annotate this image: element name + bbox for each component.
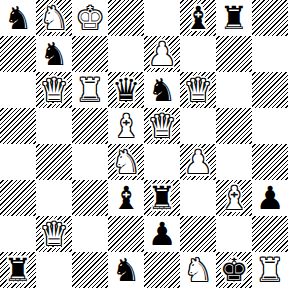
square-a5[interactable] xyxy=(0,108,36,144)
square-e7[interactable]: ♟ xyxy=(144,36,180,72)
square-h4[interactable] xyxy=(252,144,288,180)
square-g3[interactable]: ♝ xyxy=(216,180,252,216)
square-h6[interactable] xyxy=(252,72,288,108)
square-f1[interactable]: ♞ xyxy=(180,252,216,288)
square-f5[interactable] xyxy=(180,108,216,144)
square-b5[interactable] xyxy=(36,108,72,144)
square-b3[interactable] xyxy=(36,180,72,216)
square-c4[interactable] xyxy=(72,144,108,180)
square-b7[interactable]: ♞ xyxy=(36,36,72,72)
square-f6[interactable]: ♛ xyxy=(180,72,216,108)
white-king: ♚ xyxy=(76,0,105,36)
square-g4[interactable] xyxy=(216,144,252,180)
black-knight: ♞ xyxy=(4,0,33,36)
square-c1[interactable] xyxy=(72,252,108,288)
square-c8[interactable]: ♚ xyxy=(72,0,108,36)
white-bishop: ♝ xyxy=(220,180,249,216)
square-a8[interactable]: ♞ xyxy=(0,0,36,36)
black-rook: ♜ xyxy=(4,252,33,288)
square-f8[interactable]: ♝ xyxy=(180,0,216,36)
square-f7[interactable] xyxy=(180,36,216,72)
white-rook: ♜ xyxy=(76,72,105,108)
white-knight: ♞ xyxy=(184,252,213,288)
square-g2[interactable] xyxy=(216,216,252,252)
white-pawn: ♟ xyxy=(184,144,213,180)
square-e2[interactable]: ♟ xyxy=(144,216,180,252)
white-rook: ♜ xyxy=(256,252,285,288)
square-a4[interactable] xyxy=(0,144,36,180)
square-d1[interactable]: ♞ xyxy=(108,252,144,288)
white-bishop: ♝ xyxy=(112,108,141,144)
square-a1[interactable]: ♜ xyxy=(0,252,36,288)
square-a3[interactable] xyxy=(0,180,36,216)
square-a2[interactable] xyxy=(0,216,36,252)
square-d6[interactable]: ♛ xyxy=(108,72,144,108)
square-f4[interactable]: ♟ xyxy=(180,144,216,180)
black-knight: ♞ xyxy=(112,252,141,288)
square-h3[interactable]: ♟ xyxy=(252,180,288,216)
square-a6[interactable] xyxy=(0,72,36,108)
square-h8[interactable] xyxy=(252,0,288,36)
black-rook: ♜ xyxy=(148,180,177,216)
white-queen: ♛ xyxy=(40,72,69,108)
black-knight: ♞ xyxy=(40,36,69,72)
square-g6[interactable] xyxy=(216,72,252,108)
white-knight: ♞ xyxy=(112,144,141,180)
square-e4[interactable] xyxy=(144,144,180,180)
black-bishop: ♝ xyxy=(112,180,141,216)
black-queen: ♛ xyxy=(112,72,141,108)
black-pawn: ♟ xyxy=(148,216,177,252)
black-knight: ♞ xyxy=(148,72,177,108)
black-king: ♚ xyxy=(220,252,249,288)
square-g5[interactable] xyxy=(216,108,252,144)
square-b6[interactable]: ♛ xyxy=(36,72,72,108)
square-e5[interactable]: ♛ xyxy=(144,108,180,144)
black-rook: ♜ xyxy=(220,0,249,36)
square-e8[interactable] xyxy=(144,0,180,36)
square-g8[interactable]: ♜ xyxy=(216,0,252,36)
square-b8[interactable]: ♞ xyxy=(36,0,72,36)
square-h7[interactable] xyxy=(252,36,288,72)
square-b1[interactable] xyxy=(36,252,72,288)
square-a7[interactable] xyxy=(0,36,36,72)
square-d5[interactable]: ♝ xyxy=(108,108,144,144)
square-h2[interactable] xyxy=(252,216,288,252)
square-f3[interactable] xyxy=(180,180,216,216)
black-bishop: ♝ xyxy=(184,0,213,36)
square-f2[interactable] xyxy=(180,216,216,252)
square-c5[interactable] xyxy=(72,108,108,144)
square-d4[interactable]: ♞ xyxy=(108,144,144,180)
white-queen: ♛ xyxy=(40,216,69,252)
square-h5[interactable] xyxy=(252,108,288,144)
chess-board: ♞♞♚♝♜♞♟♛♜♛♞♛♝♛♞♟♝♜♝♟♛♟♜♞♞♚♜ xyxy=(0,0,288,288)
square-c7[interactable] xyxy=(72,36,108,72)
square-d3[interactable]: ♝ xyxy=(108,180,144,216)
white-queen: ♛ xyxy=(184,72,213,108)
white-knight: ♞ xyxy=(40,0,69,36)
square-c2[interactable] xyxy=(72,216,108,252)
square-c6[interactable]: ♜ xyxy=(72,72,108,108)
square-d7[interactable] xyxy=(108,36,144,72)
white-pawn: ♟ xyxy=(148,36,177,72)
square-g1[interactable]: ♚ xyxy=(216,252,252,288)
square-b4[interactable] xyxy=(36,144,72,180)
square-g7[interactable] xyxy=(216,36,252,72)
square-h1[interactable]: ♜ xyxy=(252,252,288,288)
black-pawn: ♟ xyxy=(256,180,285,216)
square-e3[interactable]: ♜ xyxy=(144,180,180,216)
square-e6[interactable]: ♞ xyxy=(144,72,180,108)
square-d8[interactable] xyxy=(108,0,144,36)
square-d2[interactable] xyxy=(108,216,144,252)
square-e1[interactable] xyxy=(144,252,180,288)
square-b2[interactable]: ♛ xyxy=(36,216,72,252)
square-c3[interactable] xyxy=(72,180,108,216)
white-queen: ♛ xyxy=(148,108,177,144)
